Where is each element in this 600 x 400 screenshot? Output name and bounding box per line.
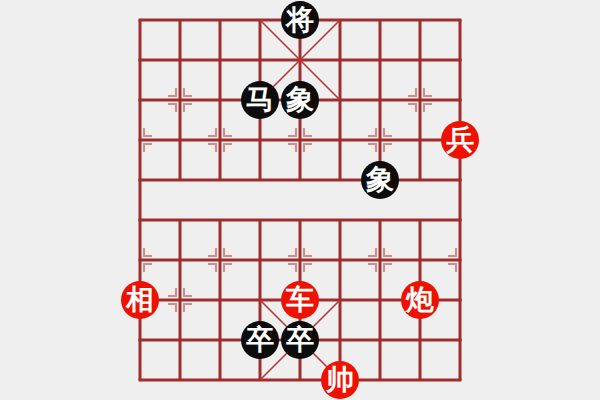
piece-black-elephant-right[interactable]: 象 xyxy=(361,161,399,199)
xiangqi-board: 将马象象兵相车炮卒卒帅 xyxy=(0,0,600,400)
piece-black-soldier-right[interactable]: 卒 xyxy=(281,321,319,359)
pieces-layer: 将马象象兵相车炮卒卒帅 xyxy=(0,0,600,400)
piece-black-general[interactable]: 将 xyxy=(281,1,319,39)
piece-black-horse[interactable]: 马 xyxy=(241,81,279,119)
piece-red-chariot[interactable]: 车 xyxy=(281,281,319,319)
piece-red-soldier[interactable]: 兵 xyxy=(441,121,479,159)
piece-red-general[interactable]: 帅 xyxy=(321,361,359,399)
piece-black-soldier-left[interactable]: 卒 xyxy=(241,321,279,359)
piece-black-elephant-left[interactable]: 象 xyxy=(281,81,319,119)
piece-red-elephant[interactable]: 相 xyxy=(121,281,159,319)
piece-red-cannon[interactable]: 炮 xyxy=(401,281,439,319)
